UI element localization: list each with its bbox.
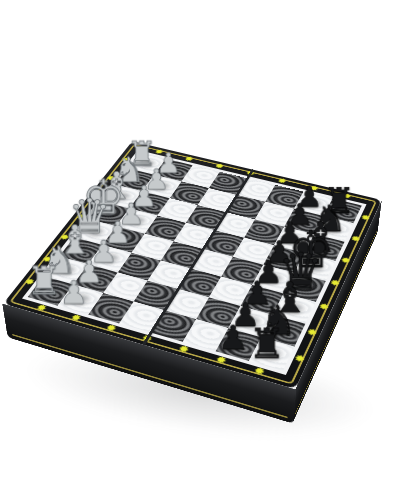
product-photo: ✸✸✸✸✸✸✸✸✸✸✸✸✸✸✸✸✸✸✸✸✸✸✸✸✸✸✸✸ ♜♟♟♜♞♟♟♞♝♟♟… [0,0,400,498]
black-rook: ♜ [248,324,285,363]
chess-board-box: ✸✸✸✸✸✸✸✸✸✸✸✸✸✸✸✸✸✸✸✸✸✸✸✸✸✸✸✸ ♜♟♟♜♞♟♟♞♝♟♟… [3,141,382,389]
white-rook: ♜ [27,262,62,299]
white-pawn: ♟ [60,278,89,308]
black-pawn: ♟ [218,322,248,354]
scene: ✸✸✸✸✸✸✸✸✸✸✸✸✸✸✸✸✸✸✸✸✸✸✸✸✸✸✸✸ ♜♟♟♜♞♟♟♞♝♟♟… [0,0,400,498]
